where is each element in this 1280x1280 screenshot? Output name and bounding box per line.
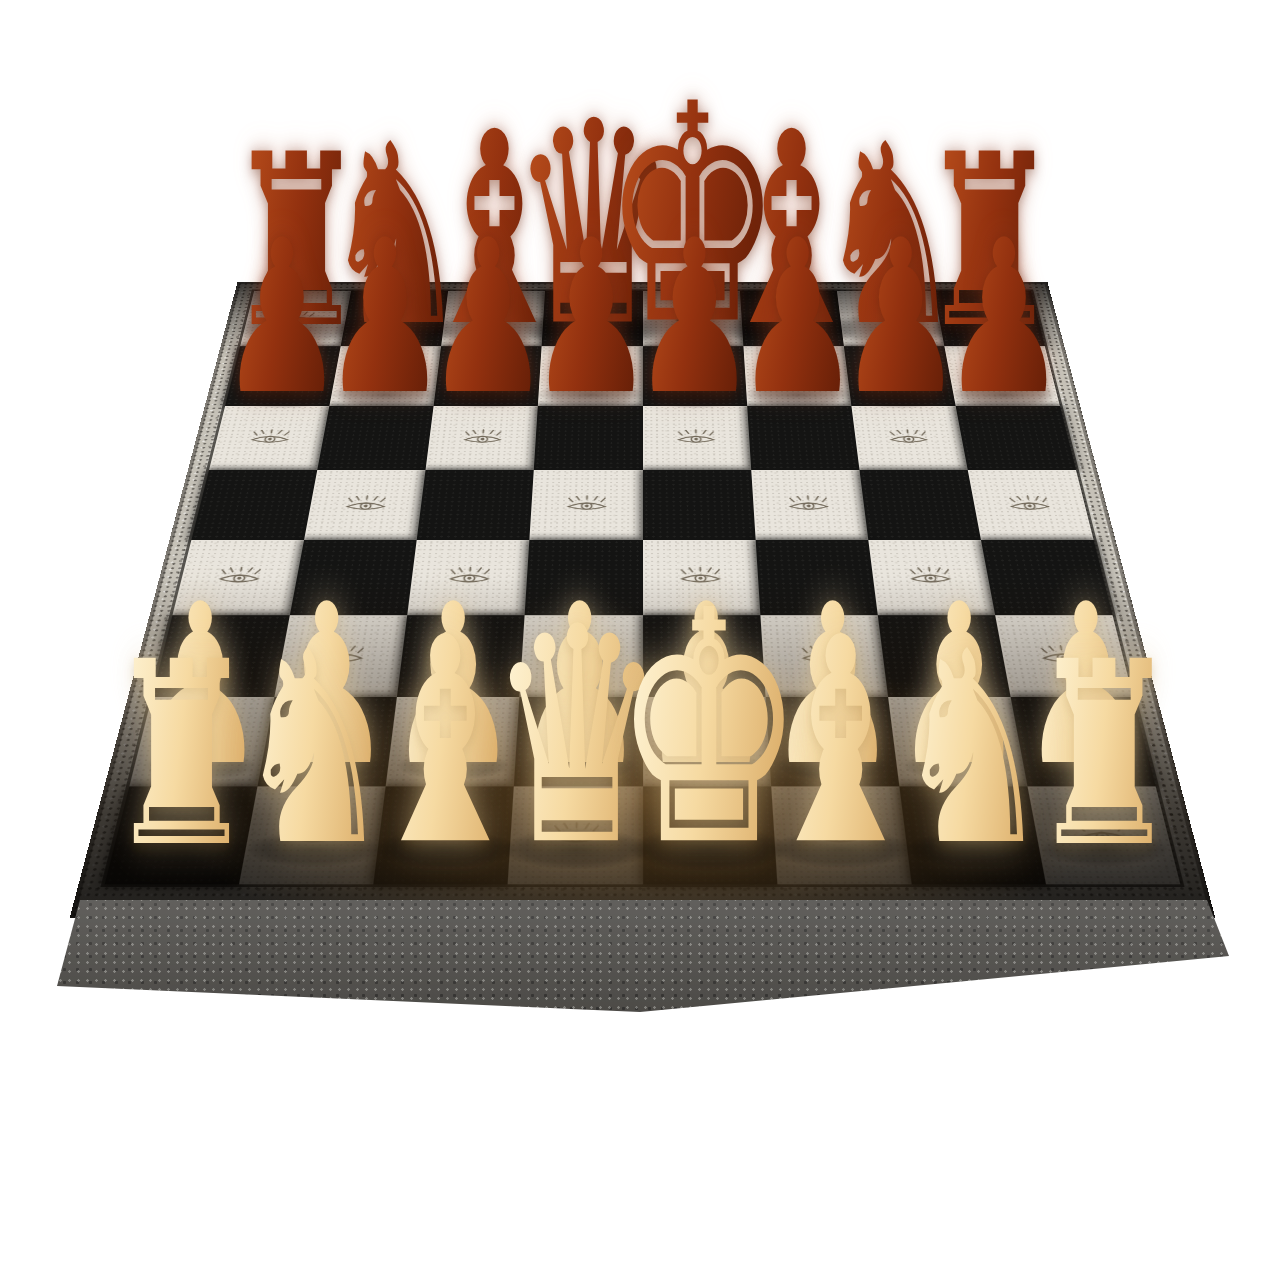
square-d5 [530, 470, 643, 539]
square-e5 [643, 470, 756, 539]
pawn-glyph: ♟ [941, 233, 1068, 402]
square-f5 [751, 470, 868, 539]
square-h5 [968, 470, 1094, 539]
piece-black-pawn: ♟ [941, 290, 1068, 403]
square-c5 [417, 470, 534, 539]
chess-set-photo: ♜♞♝♛♚♝♞♜♟♟♟♟♟♟♟♟♟♟♟♟♟♟♟♟♜♞♝♛♚♝♞♜ [0, 0, 1280, 1280]
rook-glyph: ♜ [1029, 654, 1181, 857]
square-b5 [304, 470, 426, 539]
piece-white-rook: ♜ [1029, 722, 1181, 857]
square-g5 [859, 470, 981, 539]
pieces-layer: ♜♞♝♛♚♝♞♜♟♟♟♟♟♟♟♟♟♟♟♟♟♟♟♟♜♞♝♛♚♝♞♜ [0, 0, 1280, 1280]
square-a5 [191, 470, 317, 539]
